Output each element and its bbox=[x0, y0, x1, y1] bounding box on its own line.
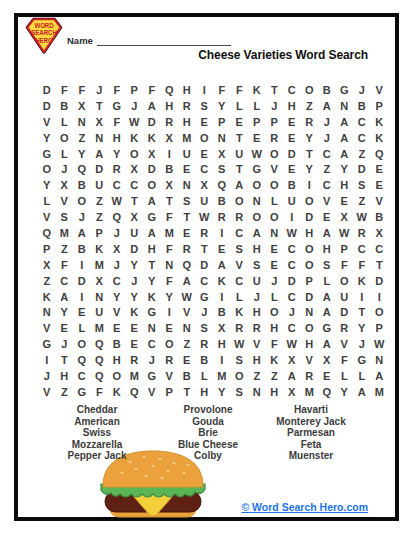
grid-cell: V bbox=[371, 193, 389, 209]
grid-cell: P bbox=[213, 114, 231, 130]
grid-cell: A bbox=[143, 225, 161, 241]
grid-cell: L bbox=[336, 368, 354, 384]
grid-cell: S bbox=[318, 257, 336, 273]
grid-cell: F bbox=[266, 336, 284, 352]
word-list-item: Parmesan bbox=[251, 427, 371, 439]
grid-cell: O bbox=[248, 177, 266, 193]
grid-cell: F bbox=[231, 82, 249, 98]
grid-cell: L bbox=[56, 114, 74, 130]
grid-cell: S bbox=[196, 98, 214, 114]
grid-cell: N bbox=[161, 257, 179, 273]
grid-cell: O bbox=[38, 161, 56, 177]
grid-cell: K bbox=[213, 273, 231, 289]
grid-cell: H bbox=[56, 368, 74, 384]
grid-cell: T bbox=[178, 209, 196, 225]
grid-cell: F bbox=[213, 82, 231, 98]
grid-cell: O bbox=[56, 130, 74, 146]
grid-cell: J bbox=[126, 98, 144, 114]
grid-cell: Q bbox=[161, 82, 179, 98]
grid-cell: T bbox=[178, 384, 196, 400]
grid-cell: C bbox=[283, 289, 301, 305]
grid-cell: D bbox=[73, 273, 91, 289]
grid-cell: X bbox=[143, 146, 161, 162]
grid-cell: S bbox=[248, 257, 266, 273]
word-list-item: Havarti bbox=[251, 404, 371, 416]
grid-cell: J bbox=[248, 289, 266, 305]
grid-cell: O bbox=[73, 336, 91, 352]
word-list-item: Mozzarella bbox=[37, 439, 157, 451]
grid-cell: Y bbox=[73, 146, 91, 162]
grid-cell: S bbox=[196, 320, 214, 336]
word-list-item: Colby bbox=[148, 450, 268, 462]
grid-cell: C bbox=[283, 82, 301, 98]
grid-cell: Z bbox=[318, 161, 336, 177]
grid-cell: R bbox=[301, 368, 319, 384]
grid-cell: K bbox=[38, 289, 56, 305]
grid-cell: M bbox=[126, 368, 144, 384]
grid-cell: M bbox=[91, 320, 109, 336]
grid-cell: D bbox=[301, 289, 319, 305]
grid-cell: H bbox=[301, 336, 319, 352]
grid-cell: A bbox=[336, 130, 354, 146]
word-list-item: Pepper Jack bbox=[37, 450, 157, 462]
grid-cell: X bbox=[91, 114, 109, 130]
grid-cell: W bbox=[196, 209, 214, 225]
grid-cell: N bbox=[91, 289, 109, 305]
grid-cell: O bbox=[126, 146, 144, 162]
word-list-column-2: ProvoloneGoudaBrieBlue CheeseColby bbox=[148, 404, 268, 462]
grid-cell: Y bbox=[108, 146, 126, 162]
grid-cell: Y bbox=[161, 289, 179, 305]
grid-cell: C bbox=[318, 177, 336, 193]
grid-cell: J bbox=[91, 82, 109, 98]
grid-cell: H bbox=[178, 114, 196, 130]
grid-cell: E bbox=[108, 320, 126, 336]
grid-cell: S bbox=[56, 209, 74, 225]
grid-cell: Y bbox=[301, 161, 319, 177]
name-row: Name bbox=[67, 34, 231, 46]
grid-cell: R bbox=[126, 352, 144, 368]
grid-cell: I bbox=[213, 225, 231, 241]
word-search-grid: DFFJFPFQHIFFKTCOBGJVDBXTGJAHRSYLLJHZANBP… bbox=[38, 82, 388, 400]
grid-cell: R bbox=[161, 352, 179, 368]
grid-cell: O bbox=[301, 193, 319, 209]
grid-cell: C bbox=[371, 241, 389, 257]
grid-cell: X bbox=[73, 98, 91, 114]
grid-cell: I bbox=[73, 289, 91, 305]
grid-cell: E bbox=[73, 304, 91, 320]
grid-cell: D bbox=[283, 273, 301, 289]
grid-cell: V bbox=[178, 304, 196, 320]
grid-cell: V bbox=[371, 82, 389, 98]
grid-cell: Y bbox=[56, 304, 74, 320]
word-list-item: Blue Cheese bbox=[148, 439, 268, 451]
grid-cell: O bbox=[73, 193, 91, 209]
grid-cell: X bbox=[38, 257, 56, 273]
grid-cell: B bbox=[213, 193, 231, 209]
grid-cell: J bbox=[143, 352, 161, 368]
grid-cell: S bbox=[231, 384, 249, 400]
grid-cell: U bbox=[248, 273, 266, 289]
grid-cell: N bbox=[213, 130, 231, 146]
grid-cell: E bbox=[266, 257, 284, 273]
grid-cell: L bbox=[318, 273, 336, 289]
grid-cell: I bbox=[161, 146, 179, 162]
grid-cell: D bbox=[371, 273, 389, 289]
grid-cell: I bbox=[301, 177, 319, 193]
grid-cell: P bbox=[301, 273, 319, 289]
grid-cell: N bbox=[266, 225, 284, 241]
grid-cell: B bbox=[161, 161, 179, 177]
word-list-item: American bbox=[37, 416, 157, 428]
grid-cell: Q bbox=[108, 209, 126, 225]
grid-cell: J bbox=[108, 257, 126, 273]
grid-cell: C bbox=[73, 368, 91, 384]
grid-cell: M bbox=[56, 225, 74, 241]
grid-cell: R bbox=[108, 161, 126, 177]
grid-cell: L bbox=[196, 368, 214, 384]
grid-cell: O bbox=[231, 368, 249, 384]
grid-cell: F bbox=[336, 257, 354, 273]
grid-cell: P bbox=[248, 114, 266, 130]
grid-cell: B bbox=[283, 177, 301, 193]
grid-cell: E bbox=[196, 114, 214, 130]
grid-cell: M bbox=[301, 384, 319, 400]
grid-cell: D bbox=[91, 161, 109, 177]
grid-cell: E bbox=[248, 130, 266, 146]
grid-cell: W bbox=[248, 146, 266, 162]
grid-cell: N bbox=[178, 320, 196, 336]
grid-cell: D bbox=[283, 146, 301, 162]
grid-cell: A bbox=[353, 384, 371, 400]
grid-cell: A bbox=[73, 225, 91, 241]
grid-cell: R bbox=[231, 320, 249, 336]
grid-cell: A bbox=[143, 98, 161, 114]
grid-cell: P bbox=[371, 320, 389, 336]
grid-cell: Y bbox=[108, 289, 126, 305]
grid-cell: A bbox=[91, 146, 109, 162]
grid-cell: Y bbox=[301, 130, 319, 146]
grid-cell: N bbox=[371, 352, 389, 368]
grid-cell: G bbox=[336, 82, 354, 98]
grid-cell: A bbox=[318, 336, 336, 352]
grid-cell: R bbox=[301, 114, 319, 130]
grid-cell: A bbox=[336, 114, 354, 130]
grid-cell: Y bbox=[213, 384, 231, 400]
grid-cell: I bbox=[283, 209, 301, 225]
grid-cell: W bbox=[126, 114, 144, 130]
grid-cell: R bbox=[213, 209, 231, 225]
grid-cell: N bbox=[301, 304, 319, 320]
grid-cell: O bbox=[301, 241, 319, 257]
grid-cell: N bbox=[73, 114, 91, 130]
grid-cell: J bbox=[353, 82, 371, 98]
grid-cell: X bbox=[161, 177, 179, 193]
grid-cell: Q bbox=[126, 384, 144, 400]
grid-cell: B bbox=[371, 209, 389, 225]
grid-cell: D bbox=[143, 161, 161, 177]
word-list-column-3: HavartiMonterey JackParmesanFetaMuenster bbox=[251, 404, 371, 462]
grid-cell: K bbox=[371, 130, 389, 146]
grid-cell: C bbox=[126, 177, 144, 193]
grid-cell: J bbox=[353, 336, 371, 352]
grid-cell: T bbox=[353, 304, 371, 320]
grid-cell: B bbox=[353, 98, 371, 114]
grid-cell: P bbox=[126, 82, 144, 98]
grid-cell: B bbox=[56, 98, 74, 114]
grid-cell: O bbox=[266, 209, 284, 225]
grid-cell: E bbox=[213, 241, 231, 257]
grid-cell: X bbox=[108, 241, 126, 257]
grid-cell: E bbox=[318, 209, 336, 225]
grid-cell: C bbox=[108, 273, 126, 289]
grid-cell: O bbox=[108, 368, 126, 384]
grid-cell: Q bbox=[73, 161, 91, 177]
grid-cell: R bbox=[161, 114, 179, 130]
word-list-item: Provolone bbox=[148, 404, 268, 416]
grid-cell: J bbox=[38, 368, 56, 384]
grid-cell: Z bbox=[301, 98, 319, 114]
grid-cell: A bbox=[143, 193, 161, 209]
grid-cell: E bbox=[126, 320, 144, 336]
grid-cell: F bbox=[108, 82, 126, 98]
grid-cell: E bbox=[178, 161, 196, 177]
grid-cell: B bbox=[73, 177, 91, 193]
grid-cell: K bbox=[126, 304, 144, 320]
grid-cell: Y bbox=[38, 130, 56, 146]
grid-cell: W bbox=[371, 336, 389, 352]
grid-cell: K bbox=[248, 82, 266, 98]
logo-text-hero: HERO bbox=[35, 37, 52, 45]
grid-cell: X bbox=[126, 209, 144, 225]
grid-cell: E bbox=[266, 241, 284, 257]
grid-cell: E bbox=[161, 320, 179, 336]
grid-cell: G bbox=[143, 304, 161, 320]
grid-cell: Z bbox=[353, 146, 371, 162]
grid-cell: I bbox=[213, 352, 231, 368]
grid-cell: Q bbox=[178, 257, 196, 273]
grid-cell: E bbox=[178, 225, 196, 241]
grid-cell: P bbox=[38, 241, 56, 257]
grid-cell: S bbox=[178, 193, 196, 209]
grid-cell: G bbox=[108, 98, 126, 114]
grid-cell: U bbox=[178, 146, 196, 162]
grid-cell: K bbox=[231, 304, 249, 320]
grid-cell: G bbox=[143, 368, 161, 384]
grid-cell: X bbox=[371, 225, 389, 241]
grid-cell: H bbox=[266, 320, 284, 336]
grid-cell: S bbox=[213, 161, 231, 177]
grid-cell: H bbox=[108, 352, 126, 368]
grid-cell: V bbox=[301, 352, 319, 368]
grid-cell: R bbox=[266, 130, 284, 146]
grid-cell: F bbox=[108, 114, 126, 130]
grid-cell: Z bbox=[248, 368, 266, 384]
grid-cell: Q bbox=[38, 225, 56, 241]
grid-cell: M bbox=[213, 368, 231, 384]
grid-cell: J bbox=[56, 161, 74, 177]
grid-cell: T bbox=[301, 146, 319, 162]
grid-cell: V bbox=[318, 193, 336, 209]
grid-cell: V bbox=[248, 336, 266, 352]
grid-cell: C bbox=[143, 336, 161, 352]
grid-cell: T bbox=[371, 257, 389, 273]
grid-cell: Q bbox=[91, 336, 109, 352]
grid-cell: E bbox=[178, 352, 196, 368]
grid-cell: H bbox=[336, 177, 354, 193]
grid-cell: G bbox=[38, 146, 56, 162]
grid-cell: T bbox=[56, 352, 74, 368]
grid-cell: C bbox=[283, 241, 301, 257]
grid-cell: Z bbox=[178, 336, 196, 352]
grid-cell: K bbox=[266, 352, 284, 368]
grid-cell: P bbox=[266, 114, 284, 130]
grid-cell: Q bbox=[91, 368, 109, 384]
grid-cell: U bbox=[91, 304, 109, 320]
grid-cell: B bbox=[73, 241, 91, 257]
grid-cell: L bbox=[248, 98, 266, 114]
grid-cell: K bbox=[91, 241, 109, 257]
grid-cell: H bbox=[248, 241, 266, 257]
grid-cell: X bbox=[283, 384, 301, 400]
grid-cell: X bbox=[91, 273, 109, 289]
grid-cell: C bbox=[318, 146, 336, 162]
grid-cell: O bbox=[266, 304, 284, 320]
grid-cell: A bbox=[178, 273, 196, 289]
grid-cell: C bbox=[196, 273, 214, 289]
grid-cell: F bbox=[353, 257, 371, 273]
grid-cell: K bbox=[143, 289, 161, 305]
word-search-hero-link[interactable]: © Word Search Hero.com bbox=[241, 501, 368, 513]
grid-cell: T bbox=[143, 257, 161, 273]
grid-cell: W bbox=[283, 225, 301, 241]
grid-cell: P bbox=[91, 225, 109, 241]
grid-cell: J bbox=[126, 273, 144, 289]
word-list-item: Feta bbox=[251, 439, 371, 451]
grid-cell: Q bbox=[371, 146, 389, 162]
grid-cell: M bbox=[371, 384, 389, 400]
grid-cell: C bbox=[353, 114, 371, 130]
grid-cell: V bbox=[108, 304, 126, 320]
grid-cell: Z bbox=[353, 193, 371, 209]
grid-cell: H bbox=[318, 241, 336, 257]
grid-cell: B bbox=[213, 304, 231, 320]
grid-cell: A bbox=[318, 289, 336, 305]
grid-cell: Z bbox=[38, 273, 56, 289]
grid-cell: R bbox=[248, 320, 266, 336]
grid-cell: F bbox=[91, 384, 109, 400]
grid-cell: D bbox=[301, 209, 319, 225]
grid-cell: C bbox=[231, 273, 249, 289]
grid-cell: T bbox=[91, 98, 109, 114]
grid-cell: E bbox=[126, 336, 144, 352]
name-blank-line bbox=[97, 34, 231, 46]
grid-cell: F bbox=[73, 82, 91, 98]
grid-cell: K bbox=[143, 130, 161, 146]
grid-cell: M bbox=[178, 130, 196, 146]
grid-cell: X bbox=[318, 352, 336, 368]
grid-cell: U bbox=[91, 177, 109, 193]
grid-cell: F bbox=[56, 257, 74, 273]
grid-cell: H bbox=[143, 241, 161, 257]
grid-cell: C bbox=[283, 257, 301, 273]
grid-cell: E bbox=[231, 114, 249, 130]
grid-cell: U bbox=[231, 146, 249, 162]
grid-cell: E bbox=[283, 161, 301, 177]
grid-cell: N bbox=[248, 193, 266, 209]
grid-cell: G bbox=[38, 336, 56, 352]
grid-cell: L bbox=[56, 146, 74, 162]
grid-cell: D bbox=[196, 257, 214, 273]
grid-cell: A bbox=[371, 368, 389, 384]
grid-cell: G bbox=[143, 209, 161, 225]
grid-cell: Y bbox=[126, 257, 144, 273]
logo-text-search: SEARCH bbox=[31, 28, 57, 37]
grid-cell: P bbox=[336, 241, 354, 257]
grid-cell: V bbox=[38, 114, 56, 130]
grid-cell: L bbox=[231, 98, 249, 114]
grid-cell: X bbox=[56, 177, 74, 193]
grid-cell: Y bbox=[143, 273, 161, 289]
grid-cell: V bbox=[38, 384, 56, 400]
grid-cell: T bbox=[161, 193, 179, 209]
grid-cell: O bbox=[371, 304, 389, 320]
grid-cell: F bbox=[56, 82, 74, 98]
grid-cell: A bbox=[213, 257, 231, 273]
grid-cell: K bbox=[371, 114, 389, 130]
grid-cell: N bbox=[178, 177, 196, 193]
grid-cell: A bbox=[336, 146, 354, 162]
grid-cell: N bbox=[91, 130, 109, 146]
grid-cell: A bbox=[231, 177, 249, 193]
grid-cell: R bbox=[178, 98, 196, 114]
grid-cell: Z bbox=[56, 384, 74, 400]
grid-cell: T bbox=[231, 130, 249, 146]
grid-cell: V bbox=[38, 320, 56, 336]
grid-cell: W bbox=[231, 336, 249, 352]
grid-cell: B bbox=[196, 352, 214, 368]
grid-cell: J bbox=[266, 273, 284, 289]
grid-cell: I bbox=[371, 289, 389, 305]
word-list-column-1: CheddarAmericanSwissMozzarellaPepper Jac… bbox=[37, 404, 157, 462]
grid-cell: R bbox=[196, 336, 214, 352]
grid-cell: A bbox=[318, 98, 336, 114]
grid-cell: Z bbox=[91, 209, 109, 225]
grid-cell: V bbox=[38, 209, 56, 225]
grid-cell: H bbox=[161, 98, 179, 114]
grid-cell: Y bbox=[38, 177, 56, 193]
grid-cell: J bbox=[108, 225, 126, 241]
grid-cell: V bbox=[231, 257, 249, 273]
grid-cell: J bbox=[318, 130, 336, 146]
grid-cell: O bbox=[196, 130, 214, 146]
grid-cell: E bbox=[336, 193, 354, 209]
grid-cell: Y bbox=[353, 320, 371, 336]
grid-cell: Z bbox=[266, 368, 284, 384]
grid-cell: E bbox=[196, 146, 214, 162]
grid-cell: V bbox=[161, 368, 179, 384]
grid-cell: G bbox=[353, 352, 371, 368]
grid-cell: H bbox=[108, 130, 126, 146]
grid-cell: O bbox=[143, 177, 161, 193]
grid-cell: U bbox=[196, 193, 214, 209]
grid-cell: J bbox=[196, 304, 214, 320]
grid-cell: V bbox=[143, 384, 161, 400]
grid-cell: V bbox=[56, 193, 74, 209]
grid-cell: Z bbox=[91, 193, 109, 209]
grid-cell: L bbox=[266, 193, 284, 209]
grid-cell: L bbox=[231, 289, 249, 305]
